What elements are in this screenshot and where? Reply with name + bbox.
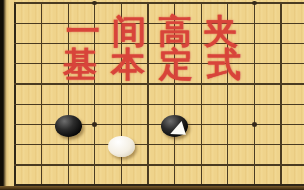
- black-stone-C4: [55, 115, 82, 137]
- grid-hline: [14, 144, 304, 145]
- black-stone-G4: [161, 115, 188, 137]
- caption-overlay: 一间高夹 基本定式: [0, 15, 304, 81]
- white-stone-E3: [108, 136, 135, 158]
- star-point-K4: [252, 122, 257, 126]
- caption-line-1: 一间高夹: [0, 15, 304, 48]
- triangle-marker: [161, 115, 188, 137]
- star-point-D4: [92, 122, 97, 126]
- grid-hline: [14, 83, 304, 84]
- video-frame: 一间高夹 基本定式: [0, 0, 304, 190]
- board-bottom-edge: [0, 186, 304, 190]
- star-point-K10: [252, 1, 257, 5]
- grid-hline: [14, 2, 304, 3]
- caption-line-2: 基本定式: [0, 48, 304, 81]
- grid-hline: [14, 104, 304, 105]
- grid-hline: [14, 164, 304, 165]
